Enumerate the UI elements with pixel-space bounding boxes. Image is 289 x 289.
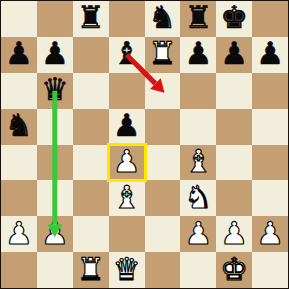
square-a1[interactable] — [1, 252, 37, 288]
square-c5[interactable] — [73, 109, 109, 145]
square-g2[interactable]: ♟ — [216, 216, 252, 252]
square-h3[interactable] — [252, 180, 288, 216]
piece-black-knight[interactable]: ♞ — [149, 2, 177, 33]
square-d4[interactable]: ♟ — [109, 145, 145, 181]
piece-white-bishop[interactable]: ♝ — [184, 146, 212, 177]
piece-black-rook[interactable]: ♜ — [77, 2, 105, 33]
square-e3[interactable] — [145, 180, 181, 216]
square-f7[interactable]: ♟ — [180, 37, 216, 73]
square-c7[interactable] — [73, 37, 109, 73]
square-e8[interactable]: ♞ — [145, 1, 181, 37]
square-c2[interactable] — [73, 216, 109, 252]
square-a7[interactable]: ♟ — [1, 37, 37, 73]
square-a6[interactable] — [1, 73, 37, 109]
piece-white-rook[interactable]: ♜ — [149, 38, 177, 69]
chess-board: ♜♞♜♚♟♟♝♜♟♟♟♛♞♟♟♝♝♞♟♟♟♟♟♜♛♚ — [0, 0, 289, 289]
piece-white-pawn[interactable]: ♟ — [41, 218, 69, 249]
piece-black-pawn[interactable]: ♟ — [5, 38, 33, 69]
square-e5[interactable] — [145, 109, 181, 145]
square-d3[interactable]: ♝ — [109, 180, 145, 216]
square-a2[interactable]: ♟ — [1, 216, 37, 252]
square-e6[interactable] — [145, 73, 181, 109]
piece-white-pawn[interactable]: ♟ — [184, 218, 212, 249]
square-g8[interactable]: ♚ — [216, 1, 252, 37]
square-d8[interactable] — [109, 1, 145, 37]
square-g6[interactable] — [216, 73, 252, 109]
square-h7[interactable]: ♟ — [252, 37, 288, 73]
piece-white-rook[interactable]: ♜ — [77, 254, 105, 285]
square-c1[interactable]: ♜ — [73, 252, 109, 288]
square-d5[interactable]: ♟ — [109, 109, 145, 145]
square-h6[interactable] — [252, 73, 288, 109]
square-g4[interactable] — [216, 145, 252, 181]
square-e7[interactable]: ♜ — [145, 37, 181, 73]
square-b2[interactable]: ♟ — [37, 216, 73, 252]
square-d6[interactable] — [109, 73, 145, 109]
square-f6[interactable] — [180, 73, 216, 109]
piece-black-bishop[interactable]: ♝ — [113, 38, 141, 69]
square-b3[interactable] — [37, 180, 73, 216]
square-d2[interactable] — [109, 216, 145, 252]
square-d1[interactable]: ♛ — [109, 252, 145, 288]
square-a4[interactable] — [1, 145, 37, 181]
square-c6[interactable] — [73, 73, 109, 109]
square-h1[interactable] — [252, 252, 288, 288]
piece-white-pawn[interactable]: ♟ — [113, 146, 141, 177]
piece-black-rook[interactable]: ♜ — [184, 2, 212, 33]
piece-black-pawn[interactable]: ♟ — [220, 38, 248, 69]
square-b7[interactable]: ♟ — [37, 37, 73, 73]
square-f2[interactable]: ♟ — [180, 216, 216, 252]
square-f5[interactable] — [180, 109, 216, 145]
square-b8[interactable] — [37, 1, 73, 37]
piece-black-pawn[interactable]: ♟ — [41, 38, 69, 69]
square-b5[interactable] — [37, 109, 73, 145]
square-e1[interactable] — [145, 252, 181, 288]
square-f1[interactable] — [180, 252, 216, 288]
square-h4[interactable] — [252, 145, 288, 181]
square-f4[interactable]: ♝ — [180, 145, 216, 181]
square-g1[interactable]: ♚ — [216, 252, 252, 288]
square-g5[interactable] — [216, 109, 252, 145]
piece-white-knight[interactable]: ♞ — [184, 182, 212, 213]
square-a3[interactable] — [1, 180, 37, 216]
piece-white-queen[interactable]: ♛ — [113, 254, 141, 285]
square-e2[interactable] — [145, 216, 181, 252]
square-a8[interactable] — [1, 1, 37, 37]
square-g3[interactable] — [216, 180, 252, 216]
square-h5[interactable] — [252, 109, 288, 145]
square-c3[interactable] — [73, 180, 109, 216]
square-a5[interactable]: ♞ — [1, 109, 37, 145]
square-f3[interactable]: ♞ — [180, 180, 216, 216]
square-c4[interactable] — [73, 145, 109, 181]
piece-black-pawn[interactable]: ♟ — [184, 38, 212, 69]
square-b6[interactable]: ♛ — [37, 73, 73, 109]
piece-black-knight[interactable]: ♞ — [5, 110, 33, 141]
piece-black-king[interactable]: ♚ — [220, 2, 248, 33]
square-e4[interactable] — [145, 145, 181, 181]
square-d7[interactable]: ♝ — [109, 37, 145, 73]
piece-white-pawn[interactable]: ♟ — [220, 218, 248, 249]
piece-black-pawn[interactable]: ♟ — [256, 38, 284, 69]
square-b4[interactable] — [37, 145, 73, 181]
square-h2[interactable]: ♟ — [252, 216, 288, 252]
square-f8[interactable]: ♜ — [180, 1, 216, 37]
piece-black-queen[interactable]: ♛ — [41, 74, 69, 105]
piece-white-pawn[interactable]: ♟ — [256, 218, 284, 249]
square-h8[interactable] — [252, 1, 288, 37]
square-c8[interactable]: ♜ — [73, 1, 109, 37]
square-b1[interactable] — [37, 252, 73, 288]
piece-black-pawn[interactable]: ♟ — [113, 110, 141, 141]
piece-white-bishop[interactable]: ♝ — [113, 182, 141, 213]
piece-white-king[interactable]: ♚ — [220, 254, 248, 285]
chess-app: ♜♞♜♚♟♟♝♜♟♟♟♛♞♟♟♝♝♞♟♟♟♟♟♜♛♚ — [0, 0, 289, 289]
piece-white-pawn[interactable]: ♟ — [5, 218, 33, 249]
square-g7[interactable]: ♟ — [216, 37, 252, 73]
